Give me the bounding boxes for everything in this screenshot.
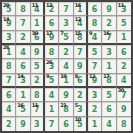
cage-sum-label: 16 [17, 103, 23, 108]
cell-digit: 2 [77, 90, 83, 100]
cell-digit: 1 [106, 61, 112, 71]
cell-r2c1[interactable]: 149 [2, 16, 16, 30]
cage-sum-label: 12 [89, 74, 95, 79]
cage-sum-label: 11 [118, 3, 124, 8]
cell-r4c7[interactable]: 5 [88, 45, 102, 59]
cage-sum-label: 16 [103, 31, 109, 36]
cell-r6c2[interactable]: 143 [16, 74, 30, 88]
cell-digit: 4 [106, 119, 112, 129]
cage-sum-label: 30 [32, 31, 38, 36]
cell-r8c2[interactable]: 165 [16, 102, 30, 116]
cell-r5c4[interactable]: 263 [45, 59, 59, 73]
cell-r1c1[interactable]: 205 [2, 2, 16, 16]
cell-r4c9[interactable]: 6 [117, 45, 131, 59]
cell-digit: 6 [49, 18, 55, 28]
cell-r5c8[interactable]: 1 [102, 59, 116, 73]
cell-r9c6[interactable]: 105 [74, 117, 88, 131]
cell-r9c4[interactable]: 7 [45, 117, 59, 131]
cell-r7c8[interactable]: 5 [102, 88, 116, 102]
cell-digit: 2 [92, 104, 98, 114]
cell-digit: 7 [20, 18, 26, 28]
cell-digit: 4 [121, 75, 127, 85]
cell-digit: 4 [92, 32, 98, 42]
cell-digit: 6 [6, 90, 12, 100]
cell-digit: 7 [92, 61, 98, 71]
cell-r5c3[interactable]: 5 [31, 59, 45, 73]
cell-r8c7[interactable]: 2 [88, 102, 102, 116]
cell-digit: 1 [92, 119, 98, 129]
cell-digit: 9 [106, 4, 112, 14]
cell-r8c4[interactable]: 1 [45, 102, 59, 116]
cell-r2c9[interactable]: 5 [117, 16, 131, 30]
cell-r5c5[interactable]: 4 [59, 59, 73, 73]
cell-r2c5[interactable]: 3 [59, 16, 73, 30]
cell-digit: 3 [63, 18, 69, 28]
cell-r8c9[interactable]: 9 [117, 102, 131, 116]
cage-sum-label: 12 [75, 17, 81, 22]
cage-sum-label: 17 [103, 74, 109, 79]
cell-r3c9[interactable]: 1 [117, 31, 131, 45]
cell-r4c4[interactable]: 8 [45, 45, 59, 59]
cell-r9c5[interactable]: 6 [59, 117, 73, 131]
cell-digit: 1 [20, 90, 26, 100]
cell-digit: 2 [121, 61, 127, 71]
cell-digit: 8 [121, 119, 127, 129]
cell-r6c5[interactable]: 101 [59, 74, 73, 88]
cell-digit: 2 [20, 32, 26, 42]
cell-digit: 6 [106, 104, 112, 114]
cell-digit: 7 [6, 75, 12, 85]
cell-r9c3[interactable]: 3 [31, 117, 45, 131]
cage-sum-label: 9 [89, 31, 92, 36]
cell-r6c1[interactable]: 7 [2, 74, 16, 88]
cell-digit: 4 [20, 47, 26, 57]
cell-digit: 9 [121, 104, 127, 114]
cage-sum-label: 26 [3, 45, 9, 50]
cage-sum-label: 10 [60, 74, 66, 79]
cell-r2c7[interactable]: 8 [88, 16, 102, 30]
cell-digit: 8 [92, 18, 98, 28]
cell-digit: 1 [49, 104, 55, 114]
cell-r5c6[interactable]: 9 [74, 59, 88, 73]
cell-r5c1[interactable]: 8 [2, 59, 16, 73]
cell-digit: 5 [34, 61, 40, 71]
cell-r6c3[interactable]: 2 [31, 74, 45, 88]
cell-r1c3[interactable]: 114 [31, 2, 45, 16]
cell-r1c5[interactable]: 7 [59, 2, 73, 16]
cage-sum-label: 10 [75, 117, 81, 122]
cell-r6c6[interactable]: 86 [74, 74, 88, 88]
cell-digit: 2 [106, 18, 112, 28]
cell-r7c3[interactable]: 8 [31, 88, 45, 102]
cell-r7c7[interactable]: 3 [88, 88, 102, 102]
cell-r2c3[interactable]: 1 [31, 16, 45, 30]
cell-digit: 7 [49, 119, 55, 129]
cell-digit: 6 [63, 119, 69, 129]
cage-sum-label: 16 [75, 3, 81, 8]
cell-r8c5[interactable]: 218 [59, 102, 73, 116]
cell-digit: 4 [63, 61, 69, 71]
cell-r8c6[interactable]: 53 [74, 102, 88, 116]
cell-r1c6[interactable]: 161 [74, 2, 88, 16]
cell-r5c9[interactable]: 2 [117, 59, 131, 73]
cage-sum-label: 9 [46, 74, 49, 79]
cell-r1c2[interactable]: 8 [16, 2, 30, 16]
cell-r5c7[interactable]: 7 [88, 59, 102, 73]
cell-r7c2[interactable]: 1 [16, 88, 30, 102]
cell-r9c2[interactable]: 9 [16, 117, 30, 131]
cell-r3c1[interactable]: 3 [2, 31, 16, 45]
cell-digit: 5 [63, 32, 69, 42]
cell-r3c4[interactable]: 179 [45, 31, 59, 45]
cell-digit: 9 [63, 90, 69, 100]
cell-r3c8[interactable]: 167 [102, 31, 116, 45]
cell-r6c9[interactable]: 4 [117, 74, 131, 88]
cell-r7c4[interactable]: 4 [45, 88, 59, 102]
cell-digit: 5 [106, 90, 112, 100]
cell-r6c8[interactable]: 178 [102, 74, 116, 88]
cell-digit: 7 [77, 47, 83, 57]
cell-digit: 5 [121, 18, 127, 28]
cage-sum-label: 12 [46, 3, 52, 8]
cell-digit: 9 [77, 61, 83, 71]
cell-r2c2[interactable]: 7 [16, 16, 30, 30]
cell-r7c1[interactable]: 6 [2, 88, 16, 102]
cell-digit: 1 [121, 32, 127, 42]
cell-r4c1[interactable]: 261 [2, 45, 16, 59]
cell-r7c6[interactable]: 2 [74, 88, 88, 102]
cell-r2c8[interactable]: 2 [102, 16, 116, 30]
cell-r5c2[interactable]: 6 [16, 59, 30, 73]
cell-r7c9[interactable]: 307 [117, 88, 131, 102]
cage-sum-label: 8 [75, 74, 78, 79]
cell-digit: 5 [92, 47, 98, 57]
cell-digit: 6 [92, 4, 98, 14]
cell-r4c5[interactable]: 2 [59, 45, 73, 59]
cell-digit: 9 [20, 119, 26, 129]
cell-r6c7[interactable]: 129 [88, 74, 102, 88]
cell-digit: 9 [34, 47, 40, 57]
cell-digit: 4 [49, 90, 55, 100]
cell-digit: 3 [34, 119, 40, 129]
cell-digit: 6 [121, 47, 127, 57]
cell-r8c8[interactable]: 6 [102, 102, 116, 116]
cell-r3c7[interactable]: 94 [88, 31, 102, 45]
cage-sum-label: 14 [3, 17, 9, 22]
cell-r2c6[interactable]: 124 [74, 16, 88, 30]
cell-digit: 8 [20, 4, 26, 14]
cell-r3c2[interactable]: 2 [16, 31, 30, 45]
cell-digit: 3 [92, 90, 98, 100]
cell-digit: 8 [6, 61, 12, 71]
cell-r4c8[interactable]: 3 [102, 45, 116, 59]
cell-r3c3[interactable]: 306 [31, 31, 45, 45]
cell-r1c7[interactable]: 6 [88, 2, 102, 16]
cell-r1c4[interactable]: 122 [45, 2, 59, 16]
cage-sum-label: 26 [46, 60, 52, 65]
cage-sum-label: 20 [3, 3, 9, 8]
cell-r3c6[interactable]: 158 [74, 31, 88, 45]
cell-digit: 1 [34, 18, 40, 28]
cell-digit: 2 [6, 119, 12, 129]
cell-r9c1[interactable]: 2 [2, 117, 16, 131]
cell-digit: 5 [49, 75, 55, 85]
cell-r3c5[interactable]: 75 [59, 31, 73, 45]
cell-digit: 3 [106, 47, 112, 57]
cage-sum-label: 17 [46, 31, 52, 36]
cell-digit: 2 [63, 47, 69, 57]
cell-digit: 4 [6, 104, 12, 114]
cell-r8c1[interactable]: 4 [2, 102, 16, 116]
cell-r9c7[interactable]: 1 [88, 117, 102, 131]
cell-r4c6[interactable]: 7 [74, 45, 88, 59]
cell-r7c5[interactable]: 9 [59, 88, 73, 102]
cell-digit: 7 [63, 4, 69, 14]
cage-sum-label: 11 [32, 103, 38, 108]
cell-r9c8[interactable]: 4 [102, 117, 116, 131]
cell-digit: 3 [6, 32, 12, 42]
cell-digit: 8 [34, 90, 40, 100]
cage-sum-label: 15 [75, 31, 81, 36]
sudoku-grid: 2058114122716169113149716312482532306179… [0, 0, 133, 133]
cell-r9c9[interactable]: 8 [117, 117, 131, 131]
cell-r1c8[interactable]: 9 [102, 2, 116, 16]
cage-sum-label: 11 [32, 3, 38, 8]
cage-sum-label: 7 [60, 31, 63, 36]
cage-sum-label: 30 [118, 88, 124, 93]
cell-r6c4[interactable]: 95 [45, 74, 59, 88]
cell-r8c3[interactable]: 117 [31, 102, 45, 116]
cell-r2c4[interactable]: 6 [45, 16, 59, 30]
cell-digit: 8 [49, 47, 55, 57]
cell-r4c2[interactable]: 4 [16, 45, 30, 59]
cell-r1c9[interactable]: 113 [117, 2, 131, 16]
cage-sum-label: 5 [75, 103, 78, 108]
cell-digit: 6 [20, 61, 26, 71]
cell-r4c3[interactable]: 9 [31, 45, 45, 59]
cage-sum-label: 21 [60, 103, 66, 108]
cage-sum-label: 14 [17, 74, 23, 79]
cell-digit: 2 [34, 75, 40, 85]
